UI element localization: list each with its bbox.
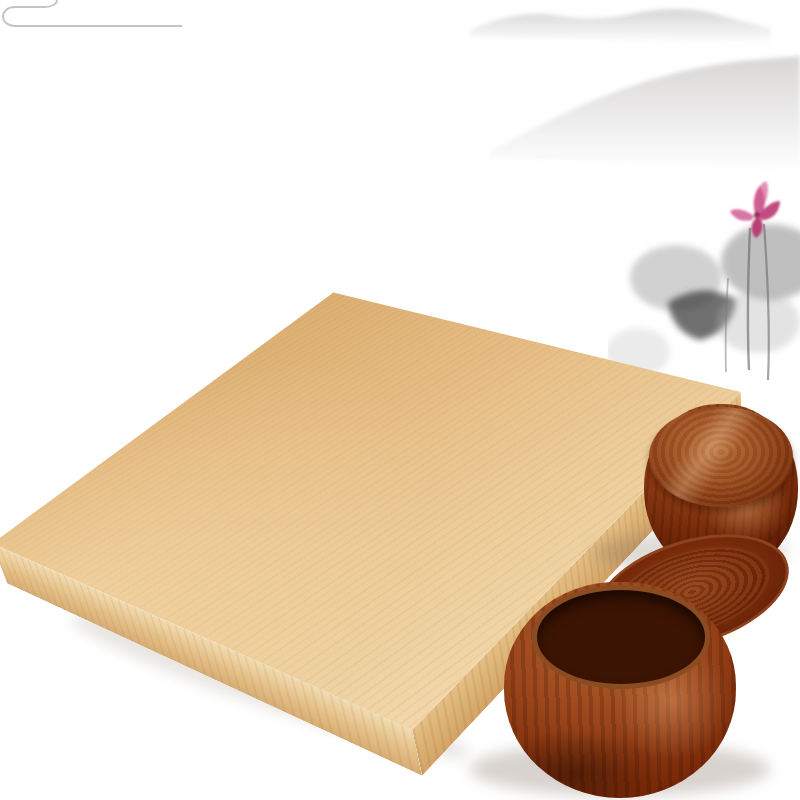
mountain-ridge-near: [490, 56, 800, 170]
scroll-ornament: [0, 0, 200, 40]
closed-bowl-lid: [649, 407, 794, 507]
lotus-leaf: [721, 224, 800, 300]
lotus-leaf: [716, 291, 800, 353]
ink-lotus-painting: [608, 180, 800, 395]
ink-mountains: [400, 0, 800, 180]
open-stone-bowl: [504, 582, 736, 798]
mountain-ridge-far: [470, 9, 770, 44]
scroll-ornament-line: [3, 0, 182, 26]
bowl-of-white-stones: [532, 585, 711, 689]
